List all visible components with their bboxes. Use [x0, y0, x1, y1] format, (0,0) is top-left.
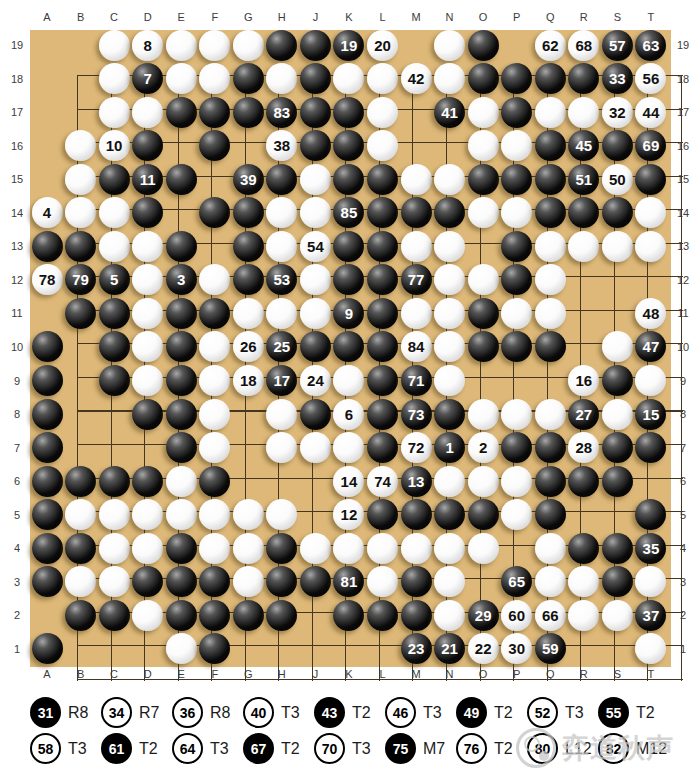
stone-K8[interactable]: 6: [333, 399, 364, 430]
stone-O11[interactable]: [468, 298, 499, 329]
caption-coordinate: M12: [636, 740, 667, 758]
stone-F17[interactable]: [199, 97, 230, 128]
stone-Q18[interactable]: [535, 63, 566, 94]
stone-E6[interactable]: [166, 466, 197, 497]
stone-K17[interactable]: [333, 97, 364, 128]
caption-coordinate: T3: [352, 740, 371, 758]
caption-coordinate: T2: [352, 704, 371, 722]
stone-N15[interactable]: [434, 164, 465, 195]
stone-R6[interactable]: [568, 466, 599, 497]
caption-stone-55: 55: [598, 697, 629, 728]
stone-K4[interactable]: [333, 533, 364, 564]
caption-coordinate: T2: [139, 740, 158, 758]
stone-E4[interactable]: [166, 533, 197, 564]
stone-E15[interactable]: [166, 164, 197, 195]
stone-G15[interactable]: 39: [233, 164, 264, 195]
stone-C6[interactable]: [99, 466, 130, 497]
stone-C16[interactable]: 10: [99, 130, 130, 161]
stone-A9[interactable]: [32, 365, 63, 396]
caption-entry-move-75: 75M7: [385, 733, 456, 764]
stone-Q4[interactable]: [535, 533, 566, 564]
caption-coordinate: R8: [210, 704, 230, 722]
stone-O2[interactable]: 29: [468, 600, 499, 631]
stone-Q2[interactable]: 66: [535, 600, 566, 631]
stone-D6[interactable]: [132, 466, 163, 497]
stone-A6[interactable]: [32, 466, 63, 497]
stone-O10[interactable]: [468, 331, 499, 362]
stone-L5[interactable]: [367, 499, 398, 530]
move-number-14: 14: [341, 474, 358, 489]
row-label-right-18: 18: [672, 73, 694, 85]
col-label-top-P: P: [506, 11, 528, 23]
stone-S9[interactable]: [602, 365, 633, 396]
stone-D9[interactable]: [132, 365, 163, 396]
col-label-top-C: C: [103, 11, 125, 23]
col-label-top-R: R: [573, 11, 595, 23]
move-number-48: 48: [643, 306, 660, 321]
stone-L9[interactable]: [367, 365, 398, 396]
stone-P15[interactable]: [501, 164, 532, 195]
stone-N6[interactable]: [434, 466, 465, 497]
move-number-47: 47: [643, 339, 660, 354]
caption-entry-move-67: 67T2: [243, 733, 314, 764]
stone-R4[interactable]: [568, 533, 599, 564]
stone-E18[interactable]: [166, 63, 197, 94]
stone-C10[interactable]: [99, 331, 130, 362]
caption-coordinate: M7: [423, 740, 445, 758]
stone-O14[interactable]: [468, 197, 499, 228]
stone-O17[interactable]: [468, 97, 499, 128]
row-label-right-12: 12: [672, 274, 694, 286]
col-label-top-K: K: [338, 11, 360, 23]
caption-entry-move-36: 36R8: [172, 697, 243, 728]
stone-E10[interactable]: [166, 331, 197, 362]
stone-N8[interactable]: [434, 399, 465, 430]
stone-G12[interactable]: [233, 264, 264, 295]
stone-M2[interactable]: [401, 600, 432, 631]
stone-M14[interactable]: [401, 197, 432, 228]
stone-J9[interactable]: 24: [300, 365, 331, 396]
caption-stone-40: 40: [243, 697, 274, 728]
stone-Q8[interactable]: [535, 399, 566, 430]
stone-K15[interactable]: [333, 164, 364, 195]
stone-M15[interactable]: [401, 164, 432, 195]
row-label-right-4: 4: [672, 542, 694, 554]
row-label-right-19: 19: [672, 39, 694, 51]
stone-D15[interactable]: 11: [132, 164, 163, 195]
stone-N13[interactable]: [434, 231, 465, 262]
stone-R8[interactable]: 27: [568, 399, 599, 430]
col-label-bottom-G: G: [237, 668, 259, 680]
stone-A12[interactable]: 78: [32, 264, 63, 295]
stone-E1[interactable]: [166, 633, 197, 664]
stone-F6[interactable]: [199, 466, 230, 497]
stone-H13[interactable]: [266, 231, 297, 262]
stone-B15[interactable]: [65, 164, 96, 195]
stone-B13[interactable]: [65, 231, 96, 262]
stone-C17[interactable]: [99, 97, 130, 128]
stone-G18[interactable]: [233, 63, 264, 94]
stone-T4[interactable]: 35: [635, 533, 666, 564]
stone-T19[interactable]: 63: [635, 30, 666, 61]
stone-D19[interactable]: 8: [132, 30, 163, 61]
stone-Q14[interactable]: [535, 197, 566, 228]
stone-S8[interactable]: [602, 399, 633, 430]
stone-A4[interactable]: [32, 533, 63, 564]
stone-Q15[interactable]: [535, 164, 566, 195]
caption-stone-34: 34: [101, 697, 132, 728]
caption-stone-43: 43: [314, 697, 345, 728]
stone-B16[interactable]: [65, 130, 96, 161]
stone-C13[interactable]: [99, 231, 130, 262]
stone-J7[interactable]: [300, 432, 331, 463]
stone-F2[interactable]: [199, 600, 230, 631]
move-number-45: 45: [575, 138, 592, 153]
stone-Q19[interactable]: 62: [535, 30, 566, 61]
move-number-41: 41: [441, 105, 458, 120]
stone-O4[interactable]: [468, 533, 499, 564]
stone-C19[interactable]: [99, 30, 130, 61]
move-number-65: 65: [508, 574, 525, 589]
stone-H8[interactable]: [266, 399, 297, 430]
stone-K6[interactable]: 14: [333, 466, 364, 497]
stone-N18[interactable]: [434, 63, 465, 94]
stone-Q7[interactable]: [535, 432, 566, 463]
stone-J16[interactable]: [300, 130, 331, 161]
move-number-16: 16: [575, 373, 592, 388]
stone-B11[interactable]: [65, 298, 96, 329]
stone-O1[interactable]: 22: [468, 633, 499, 664]
stone-T15[interactable]: [635, 164, 666, 195]
stone-J18[interactable]: [300, 63, 331, 94]
move-number-85: 85: [341, 205, 358, 220]
stone-L19[interactable]: 20: [367, 30, 398, 61]
stone-M3[interactable]: [401, 566, 432, 597]
stone-P17[interactable]: [501, 97, 532, 128]
stone-S2[interactable]: [602, 600, 633, 631]
stone-N9[interactable]: [434, 365, 465, 396]
stone-P6[interactable]: [501, 466, 532, 497]
stone-M11[interactable]: [401, 298, 432, 329]
stone-M13[interactable]: [401, 231, 432, 262]
stone-C12[interactable]: 5: [99, 264, 130, 295]
col-label-top-O: O: [472, 11, 494, 23]
caption-stone-82: 82: [598, 733, 629, 764]
stone-R17[interactable]: [568, 97, 599, 128]
row-label-left-9: 9: [6, 375, 28, 387]
stone-H2[interactable]: [266, 600, 297, 631]
stone-O5[interactable]: [468, 499, 499, 530]
caption-coordinate: T3: [210, 740, 229, 758]
stone-Q16[interactable]: [535, 130, 566, 161]
stone-F8[interactable]: [199, 399, 230, 430]
stone-C3[interactable]: [99, 566, 130, 597]
stone-R19[interactable]: 68: [568, 30, 599, 61]
stone-A8[interactable]: [32, 399, 63, 430]
row-label-left-11: 11: [6, 307, 28, 319]
stone-P2[interactable]: 60: [501, 600, 532, 631]
stone-E7[interactable]: [166, 432, 197, 463]
move-number-28: 28: [575, 440, 592, 455]
stone-S13[interactable]: [602, 231, 633, 262]
stone-L16[interactable]: [367, 130, 398, 161]
stone-K19[interactable]: 19: [333, 30, 364, 61]
row-label-right-8: 8: [672, 408, 694, 420]
stone-Q3[interactable]: [535, 566, 566, 597]
stone-E8[interactable]: [166, 399, 197, 430]
stone-P13[interactable]: [501, 231, 532, 262]
col-label-top-Q: Q: [539, 11, 561, 23]
stone-E19[interactable]: [166, 30, 197, 61]
stone-O7[interactable]: 2: [468, 432, 499, 463]
stone-P11[interactable]: [501, 298, 532, 329]
stone-L17[interactable]: [367, 97, 398, 128]
row-label-right-5: 5: [672, 509, 694, 521]
col-label-bottom-C: C: [103, 668, 125, 680]
stone-D17[interactable]: [132, 97, 163, 128]
stone-J11[interactable]: [300, 298, 331, 329]
stone-N7[interactable]: 1: [434, 432, 465, 463]
stone-L4[interactable]: [367, 533, 398, 564]
stone-H19[interactable]: [266, 30, 297, 61]
stone-J19[interactable]: [300, 30, 331, 61]
stone-L18[interactable]: [367, 63, 398, 94]
stone-G2[interactable]: [233, 600, 264, 631]
stone-E13[interactable]: [166, 231, 197, 262]
col-label-bottom-F: F: [204, 668, 226, 680]
stone-L7[interactable]: [367, 432, 398, 463]
stone-O12[interactable]: [468, 264, 499, 295]
stone-S17[interactable]: 32: [602, 97, 633, 128]
stone-C18[interactable]: [99, 63, 130, 94]
stone-C15[interactable]: [99, 164, 130, 195]
caption-coordinate: R8: [68, 704, 88, 722]
stone-G4[interactable]: [233, 533, 264, 564]
stone-S16[interactable]: [602, 130, 633, 161]
stone-M1[interactable]: 23: [401, 633, 432, 664]
stone-E5[interactable]: [166, 499, 197, 530]
stone-N2[interactable]: [434, 600, 465, 631]
stone-N19[interactable]: [434, 30, 465, 61]
caption-coordinate: T2: [494, 740, 513, 758]
stone-M4[interactable]: [401, 533, 432, 564]
stone-A3[interactable]: [32, 566, 63, 597]
stone-H15[interactable]: [266, 164, 297, 195]
stone-B2[interactable]: [65, 600, 96, 631]
stone-E9[interactable]: [166, 365, 197, 396]
stone-G13[interactable]: [233, 231, 264, 262]
stone-L11[interactable]: [367, 298, 398, 329]
stone-E2[interactable]: [166, 600, 197, 631]
stone-E3[interactable]: [166, 566, 197, 597]
move-number-30: 30: [508, 641, 525, 656]
stone-J14[interactable]: [300, 197, 331, 228]
stone-T17[interactable]: 44: [635, 97, 666, 128]
move-number-74: 74: [374, 474, 391, 489]
stone-G14[interactable]: [233, 197, 264, 228]
move-number-68: 68: [575, 38, 592, 53]
stone-A10[interactable]: [32, 331, 63, 362]
stone-D2[interactable]: [132, 600, 163, 631]
stone-M18[interactable]: 42: [401, 63, 432, 94]
stone-G17[interactable]: [233, 97, 264, 128]
stone-L2[interactable]: [367, 600, 398, 631]
stone-M12[interactable]: 77: [401, 264, 432, 295]
stone-Q12[interactable]: [535, 264, 566, 295]
stone-D13[interactable]: [132, 231, 163, 262]
stone-N4[interactable]: [434, 533, 465, 564]
stone-S4[interactable]: [602, 533, 633, 564]
stone-N17[interactable]: 41: [434, 97, 465, 128]
stone-L15[interactable]: [367, 164, 398, 195]
move-number-11: 11: [140, 172, 156, 187]
stone-G3[interactable]: [233, 566, 264, 597]
col-label-bottom-K: K: [338, 668, 360, 680]
stone-C4[interactable]: [99, 533, 130, 564]
stone-M10[interactable]: 84: [401, 331, 432, 362]
stone-R15[interactable]: 51: [568, 164, 599, 195]
stone-J15[interactable]: [300, 164, 331, 195]
stone-E11[interactable]: [166, 298, 197, 329]
stone-S14[interactable]: [602, 197, 633, 228]
stone-D8[interactable]: [132, 399, 163, 430]
stone-F19[interactable]: [199, 30, 230, 61]
stone-G9[interactable]: 18: [233, 365, 264, 396]
row-label-left-5: 5: [6, 509, 28, 521]
stone-H4[interactable]: [266, 533, 297, 564]
stone-O19[interactable]: [468, 30, 499, 61]
stone-S3[interactable]: [602, 566, 633, 597]
stone-H17[interactable]: 83: [266, 97, 297, 128]
stone-M7[interactable]: 72: [401, 432, 432, 463]
stone-O15[interactable]: [468, 164, 499, 195]
stone-D11[interactable]: [132, 298, 163, 329]
stone-Q10[interactable]: [535, 331, 566, 362]
stone-Q6[interactable]: [535, 466, 566, 497]
stone-G19[interactable]: [233, 30, 264, 61]
stone-Q5[interactable]: [535, 499, 566, 530]
caption-coordinate: L12: [565, 740, 592, 758]
stone-J8[interactable]: [300, 399, 331, 430]
stone-F11[interactable]: [199, 298, 230, 329]
stone-R13[interactable]: [568, 231, 599, 262]
stone-J4[interactable]: [300, 533, 331, 564]
move-number-59: 59: [542, 641, 559, 656]
move-number-57: 57: [609, 38, 626, 53]
stone-G11[interactable]: [233, 298, 264, 329]
move-number-39: 39: [240, 172, 257, 187]
stone-E12[interactable]: 3: [166, 264, 197, 295]
stone-G5[interactable]: [233, 499, 264, 530]
stone-A13[interactable]: [32, 231, 63, 262]
stone-E17[interactable]: [166, 97, 197, 128]
stone-Q1[interactable]: 59: [535, 633, 566, 664]
stone-D18[interactable]: 7: [132, 63, 163, 94]
stone-J13[interactable]: 54: [300, 231, 331, 262]
stone-L13[interactable]: [367, 231, 398, 262]
stone-O6[interactable]: [468, 466, 499, 497]
stone-D4[interactable]: [132, 533, 163, 564]
stone-O8[interactable]: [468, 399, 499, 430]
stone-F4[interactable]: [199, 533, 230, 564]
col-label-bottom-Q: Q: [539, 668, 561, 680]
col-label-top-G: G: [237, 11, 259, 23]
stone-N11[interactable]: [434, 298, 465, 329]
stone-R2[interactable]: [568, 600, 599, 631]
stone-T8[interactable]: 15: [635, 399, 666, 430]
stone-Q11[interactable]: [535, 298, 566, 329]
move-number-77: 77: [408, 272, 425, 287]
stone-C14[interactable]: [99, 197, 130, 228]
stone-L8[interactable]: [367, 399, 398, 430]
stone-S18[interactable]: 33: [602, 63, 633, 94]
move-number-66: 66: [542, 608, 559, 623]
stone-O18[interactable]: [468, 63, 499, 94]
stone-A14[interactable]: 4: [32, 197, 63, 228]
stone-S7[interactable]: [602, 432, 633, 463]
stone-S19[interactable]: 57: [602, 30, 633, 61]
move-number-4: 4: [43, 205, 51, 220]
stone-M5[interactable]: [401, 499, 432, 530]
stone-M8[interactable]: 73: [401, 399, 432, 430]
stone-P8[interactable]: [501, 399, 532, 430]
row-label-right-16: 16: [672, 140, 694, 152]
caption-stone-80: 80: [527, 733, 558, 764]
stone-S6[interactable]: [602, 466, 633, 497]
stone-Q17[interactable]: [535, 97, 566, 128]
stone-A7[interactable]: [32, 432, 63, 463]
caption-entry-move-31: 31R8: [30, 697, 101, 728]
stone-C9[interactable]: [99, 365, 130, 396]
stone-B4[interactable]: [65, 533, 96, 564]
stone-O16[interactable]: [468, 130, 499, 161]
stone-Q13[interactable]: [535, 231, 566, 262]
move-number-78: 78: [39, 272, 56, 287]
stone-C11[interactable]: [99, 298, 130, 329]
caption-stone-36: 36: [172, 697, 203, 728]
stone-L6[interactable]: 74: [367, 466, 398, 497]
caption-entry-move-76: 76T2: [456, 733, 527, 764]
stone-J17[interactable]: [300, 97, 331, 128]
stone-M9[interactable]: 71: [401, 365, 432, 396]
move-number-32: 32: [609, 105, 626, 120]
move-number-10: 10: [106, 138, 123, 153]
stone-B6[interactable]: [65, 466, 96, 497]
caption-entry-move-58: 58T3: [30, 733, 101, 764]
caption-stone-76: 76: [456, 733, 487, 764]
row-label-left-1: 1: [6, 643, 28, 655]
move-number-38: 38: [274, 138, 291, 153]
move-number-17: 17: [274, 373, 291, 388]
stone-J3[interactable]: [300, 566, 331, 597]
stone-C5[interactable]: [99, 499, 130, 530]
row-label-left-12: 12: [6, 274, 28, 286]
col-label-bottom-B: B: [70, 668, 92, 680]
caption-entry-move-43: 43T2: [314, 697, 385, 728]
caption-entry-move-34: 34R7: [101, 697, 172, 728]
col-label-bottom-S: S: [606, 668, 628, 680]
col-label-bottom-P: P: [506, 668, 528, 680]
caption-entry-move-49: 49T2: [456, 697, 527, 728]
stone-T13[interactable]: [635, 231, 666, 262]
stone-C2[interactable]: [99, 600, 130, 631]
move-number-6: 6: [345, 407, 353, 422]
stone-A5[interactable]: [32, 499, 63, 530]
stone-A1[interactable]: [32, 633, 63, 664]
stone-M6[interactable]: 13: [401, 466, 432, 497]
stone-S15[interactable]: 50: [602, 164, 633, 195]
caption-coordinate: T3: [565, 704, 584, 722]
